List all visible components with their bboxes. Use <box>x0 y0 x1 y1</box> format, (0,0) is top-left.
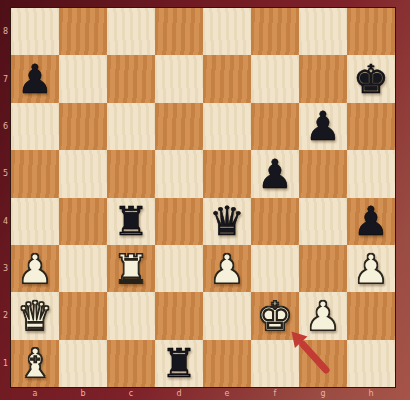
rank-label-1: 1 <box>0 340 11 387</box>
file-label-f: f <box>251 387 299 400</box>
square-h2[interactable] <box>347 292 395 339</box>
file-label-d: d <box>155 387 203 400</box>
file-label-c: c <box>107 387 155 400</box>
square-g2[interactable]: ♟ <box>299 292 347 339</box>
board-frame: 87654321 ♟♚♟♟♜♛♟♟♜♟♟♛♚♟♝♜ abcdefgh <box>0 0 410 400</box>
square-h5[interactable] <box>347 150 395 197</box>
square-c2[interactable] <box>107 292 155 339</box>
square-b6[interactable] <box>59 103 107 150</box>
square-b1[interactable] <box>59 340 107 387</box>
square-f4[interactable] <box>251 198 299 245</box>
rank-label-7: 7 <box>0 55 11 102</box>
square-e3[interactable]: ♟ <box>203 245 251 292</box>
rank-label-8: 8 <box>0 8 11 55</box>
square-e8[interactable] <box>203 8 251 55</box>
square-f7[interactable] <box>251 55 299 102</box>
white-bishop[interactable]: ♝ <box>17 343 53 383</box>
file-label-h: h <box>347 387 395 400</box>
square-g4[interactable] <box>299 198 347 245</box>
square-d3[interactable] <box>155 245 203 292</box>
white-pawn[interactable]: ♟ <box>353 249 389 289</box>
square-a8[interactable] <box>11 8 59 55</box>
rank-label-4: 4 <box>0 198 11 245</box>
square-a1[interactable]: ♝ <box>11 340 59 387</box>
square-a3[interactable]: ♟ <box>11 245 59 292</box>
square-b5[interactable] <box>59 150 107 197</box>
square-b4[interactable] <box>59 198 107 245</box>
square-g5[interactable] <box>299 150 347 197</box>
black-rook[interactable]: ♜ <box>113 201 149 241</box>
square-h6[interactable] <box>347 103 395 150</box>
square-a6[interactable] <box>11 103 59 150</box>
file-label-e: e <box>203 387 251 400</box>
square-f5[interactable]: ♟ <box>251 150 299 197</box>
file-labels: abcdefgh <box>11 387 395 400</box>
square-d4[interactable] <box>155 198 203 245</box>
square-c3[interactable]: ♜ <box>107 245 155 292</box>
square-f2[interactable]: ♚ <box>251 292 299 339</box>
square-b7[interactable] <box>59 55 107 102</box>
white-pawn[interactable]: ♟ <box>209 249 245 289</box>
square-h7[interactable]: ♚ <box>347 55 395 102</box>
square-c1[interactable] <box>107 340 155 387</box>
square-c5[interactable] <box>107 150 155 197</box>
white-king[interactable]: ♚ <box>257 296 293 336</box>
rank-label-6: 6 <box>0 103 11 150</box>
square-d8[interactable] <box>155 8 203 55</box>
rank-label-2: 2 <box>0 292 11 339</box>
black-king[interactable]: ♚ <box>353 59 389 99</box>
white-queen[interactable]: ♛ <box>17 296 53 336</box>
square-c6[interactable] <box>107 103 155 150</box>
square-h8[interactable] <box>347 8 395 55</box>
square-h3[interactable]: ♟ <box>347 245 395 292</box>
square-h1[interactable] <box>347 340 395 387</box>
square-c8[interactable] <box>107 8 155 55</box>
white-pawn[interactable]: ♟ <box>17 249 53 289</box>
rank-labels: 87654321 <box>0 8 11 387</box>
square-e1[interactable] <box>203 340 251 387</box>
file-label-g: g <box>299 387 347 400</box>
square-a2[interactable]: ♛ <box>11 292 59 339</box>
square-d1[interactable]: ♜ <box>155 340 203 387</box>
chess-board[interactable]: ♟♚♟♟♜♛♟♟♜♟♟♛♚♟♝♜ <box>11 8 395 387</box>
file-label-b: b <box>59 387 107 400</box>
square-g6[interactable]: ♟ <box>299 103 347 150</box>
square-f1[interactable] <box>251 340 299 387</box>
square-h4[interactable]: ♟ <box>347 198 395 245</box>
square-f8[interactable] <box>251 8 299 55</box>
square-g7[interactable] <box>299 55 347 102</box>
square-a4[interactable] <box>11 198 59 245</box>
black-pawn[interactable]: ♟ <box>257 154 293 194</box>
square-f6[interactable] <box>251 103 299 150</box>
square-a7[interactable]: ♟ <box>11 55 59 102</box>
square-g8[interactable] <box>299 8 347 55</box>
square-e2[interactable] <box>203 292 251 339</box>
square-f3[interactable] <box>251 245 299 292</box>
square-e4[interactable]: ♛ <box>203 198 251 245</box>
square-c4[interactable]: ♜ <box>107 198 155 245</box>
black-pawn[interactable]: ♟ <box>353 201 389 241</box>
black-pawn[interactable]: ♟ <box>17 59 53 99</box>
square-e7[interactable] <box>203 55 251 102</box>
square-e5[interactable] <box>203 150 251 197</box>
white-rook[interactable]: ♜ <box>113 249 149 289</box>
square-d6[interactable] <box>155 103 203 150</box>
square-b8[interactable] <box>59 8 107 55</box>
square-b2[interactable] <box>59 292 107 339</box>
white-pawn[interactable]: ♟ <box>305 296 341 336</box>
black-queen[interactable]: ♛ <box>209 201 245 241</box>
black-pawn[interactable]: ♟ <box>305 106 341 146</box>
square-b3[interactable] <box>59 245 107 292</box>
file-label-a: a <box>11 387 59 400</box>
square-d5[interactable] <box>155 150 203 197</box>
square-a5[interactable] <box>11 150 59 197</box>
black-rook[interactable]: ♜ <box>161 343 197 383</box>
square-d7[interactable] <box>155 55 203 102</box>
square-d2[interactable] <box>155 292 203 339</box>
rank-label-5: 5 <box>0 150 11 197</box>
rank-label-3: 3 <box>0 245 11 292</box>
square-c7[interactable] <box>107 55 155 102</box>
square-g3[interactable] <box>299 245 347 292</box>
square-e6[interactable] <box>203 103 251 150</box>
square-g1[interactable] <box>299 340 347 387</box>
